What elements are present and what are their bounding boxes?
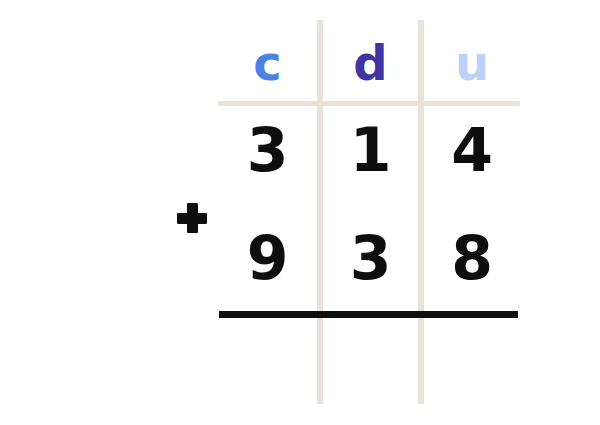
header-underline	[218, 101, 520, 106]
answer-cell-units[interactable]	[424, 320, 520, 400]
answer-line	[219, 311, 518, 318]
place-value-header: c d u	[218, 36, 520, 90]
addend1-hundreds-digit: 3	[218, 122, 317, 178]
answer-cell-hundreds[interactable]	[218, 320, 317, 400]
addend-row-1: 3 1 4	[218, 122, 520, 178]
plus-operator-text: +	[177, 203, 178, 204]
header-label-tens: d	[317, 36, 424, 90]
addend1-tens-digit: 1	[317, 122, 424, 178]
addend-row-2: 9 3 8	[218, 230, 520, 286]
addend2-units-digit: 8	[424, 230, 520, 286]
addend2-tens-digit: 3	[317, 230, 424, 286]
addend1-units-digit: 4	[424, 122, 520, 178]
answer-row	[218, 320, 520, 400]
plus-operator-icon: +	[177, 203, 207, 233]
header-label-hundreds: c	[218, 36, 317, 90]
addend2-hundreds-digit: 9	[218, 230, 317, 286]
addition-worksheet: c d u 3 1 4 + 9 3 8	[0, 0, 600, 425]
answer-cell-tens[interactable]	[317, 320, 424, 400]
header-label-units: u	[424, 36, 520, 90]
